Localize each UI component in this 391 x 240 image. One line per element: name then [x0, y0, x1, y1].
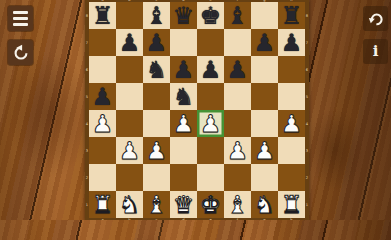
square-h3[interactable] [278, 137, 305, 164]
square-e4[interactable]: ♟ [197, 110, 224, 137]
piece-black-rook[interactable]: ♜ [89, 2, 116, 29]
info-button[interactable]: i [363, 39, 388, 64]
piece-white-pawn[interactable]: ♟ [170, 110, 197, 137]
piece-white-pawn[interactable]: ♟ [89, 110, 116, 137]
coord-label: 8 [86, 7, 88, 23]
square-c1[interactable]: ♝ [143, 191, 170, 218]
coord-label: 6 [86, 61, 88, 77]
coord-label: 5 [86, 88, 88, 104]
square-g7[interactable]: ♟ [251, 29, 278, 56]
coord-label: 7 [86, 34, 88, 50]
square-c5[interactable] [143, 83, 170, 110]
square-d8[interactable]: ♛ [170, 2, 197, 29]
piece-black-bishop[interactable]: ♝ [224, 2, 251, 29]
square-c3[interactable]: ♟ [143, 137, 170, 164]
square-h5[interactable] [278, 83, 305, 110]
square-a7[interactable] [89, 29, 116, 56]
square-d4[interactable]: ♟ [170, 110, 197, 137]
piece-black-bishop[interactable]: ♝ [143, 2, 170, 29]
coord-label: 6 [306, 61, 308, 77]
piece-black-pawn[interactable]: ♟ [224, 56, 251, 83]
square-f2[interactable] [224, 164, 251, 191]
piece-black-pawn[interactable]: ♟ [89, 83, 116, 110]
coord-label: e [202, 219, 218, 220]
piece-black-knight[interactable]: ♞ [170, 83, 197, 110]
coord-label: 1 [86, 196, 88, 212]
square-h8[interactable]: ♜ [278, 2, 305, 29]
square-e5[interactable] [197, 83, 224, 110]
piece-black-pawn[interactable]: ♟ [251, 29, 278, 56]
piece-black-king[interactable]: ♚ [197, 2, 224, 29]
coord-label: 5 [306, 88, 308, 104]
piece-white-pawn[interactable]: ♟ [116, 137, 143, 164]
square-b2[interactable] [116, 164, 143, 191]
piece-black-queen[interactable]: ♛ [170, 2, 197, 29]
chess-board: abcdefgh abcdefgh 87654321 87654321 ♜♝♛♚… [85, 0, 309, 220]
coord-label: 2 [86, 169, 88, 185]
square-b6[interactable] [116, 56, 143, 83]
piece-white-bishop[interactable]: ♝ [224, 191, 251, 218]
square-e8[interactable]: ♚ [197, 2, 224, 29]
square-d3[interactable] [170, 137, 197, 164]
square-d7[interactable] [170, 29, 197, 56]
coord-label: 2 [306, 169, 308, 185]
square-b1[interactable]: ♞ [116, 191, 143, 218]
coord-label: 1 [306, 196, 308, 212]
square-d5[interactable]: ♞ [170, 83, 197, 110]
square-f6[interactable]: ♟ [224, 56, 251, 83]
square-h7[interactable]: ♟ [278, 29, 305, 56]
coord-label: a [94, 219, 110, 220]
piece-white-bishop[interactable]: ♝ [143, 191, 170, 218]
rotate-icon [12, 44, 30, 62]
info-icon: i [373, 44, 379, 59]
square-e1[interactable]: ♚ [197, 191, 224, 218]
square-h4[interactable]: ♟ [278, 110, 305, 137]
square-f1[interactable]: ♝ [224, 191, 251, 218]
piece-black-rook[interactable]: ♜ [278, 2, 305, 29]
piece-black-pawn[interactable]: ♟ [197, 56, 224, 83]
square-f7[interactable] [224, 29, 251, 56]
piece-white-king[interactable]: ♚ [197, 191, 224, 218]
square-f3[interactable]: ♟ [224, 137, 251, 164]
piece-white-pawn[interactable]: ♟ [224, 137, 251, 164]
square-b5[interactable] [116, 83, 143, 110]
piece-white-pawn[interactable]: ♟ [278, 110, 305, 137]
piece-white-knight[interactable]: ♞ [251, 191, 278, 218]
square-e6[interactable]: ♟ [197, 56, 224, 83]
square-g3[interactable]: ♟ [251, 137, 278, 164]
square-g4[interactable] [251, 110, 278, 137]
square-c7[interactable]: ♟ [143, 29, 170, 56]
undo-button[interactable] [363, 6, 388, 31]
coord-label: h [283, 219, 299, 220]
piece-black-pawn[interactable]: ♟ [278, 29, 305, 56]
coord-label: 3 [86, 142, 88, 158]
piece-white-pawn[interactable]: ♟ [251, 137, 278, 164]
square-b4[interactable] [116, 110, 143, 137]
square-g1[interactable]: ♞ [251, 191, 278, 218]
square-a5[interactable]: ♟ [89, 83, 116, 110]
square-a1[interactable]: ♜ [89, 191, 116, 218]
piece-white-pawn[interactable]: ♟ [197, 110, 224, 137]
square-d2[interactable] [170, 164, 197, 191]
rank-labels-right: 87654321 [305, 2, 309, 218]
piece-black-pawn[interactable]: ♟ [143, 29, 170, 56]
square-f5[interactable] [224, 83, 251, 110]
square-h2[interactable] [278, 164, 305, 191]
square-e7[interactable] [197, 29, 224, 56]
piece-black-pawn[interactable]: ♟ [170, 56, 197, 83]
square-c6[interactable]: ♞ [143, 56, 170, 83]
coord-label: f [229, 219, 245, 220]
square-c4[interactable] [143, 110, 170, 137]
square-b7[interactable]: ♟ [116, 29, 143, 56]
coord-label: 3 [306, 142, 308, 158]
menu-button[interactable] [8, 6, 33, 31]
square-f8[interactable]: ♝ [224, 2, 251, 29]
piece-white-knight[interactable]: ♞ [116, 191, 143, 218]
piece-black-knight[interactable]: ♞ [143, 56, 170, 83]
undo-arrow-icon [367, 10, 385, 28]
square-a4[interactable]: ♟ [89, 110, 116, 137]
square-c8[interactable]: ♝ [143, 2, 170, 29]
board-grid: ♜♝♛♚♝♜♟♟♟♟♞♟♟♟♟♞♟♟♟♟♟♟♟♟♜♞♝♛♚♝♞♜ [89, 2, 305, 218]
square-a8[interactable]: ♜ [89, 2, 116, 29]
piece-white-rook[interactable]: ♜ [89, 191, 116, 218]
square-d6[interactable]: ♟ [170, 56, 197, 83]
piece-white-queen[interactable]: ♛ [170, 191, 197, 218]
piece-white-rook[interactable]: ♜ [278, 191, 305, 218]
square-f4[interactable] [224, 110, 251, 137]
coord-label: c [148, 219, 164, 220]
flip-board-button[interactable] [8, 40, 33, 65]
square-c2[interactable] [143, 164, 170, 191]
coord-label: 4 [86, 115, 88, 131]
square-g5[interactable] [251, 83, 278, 110]
square-b3[interactable]: ♟ [116, 137, 143, 164]
square-e2[interactable] [197, 164, 224, 191]
square-g2[interactable] [251, 164, 278, 191]
coord-label: g [256, 219, 272, 220]
square-h6[interactable] [278, 56, 305, 83]
piece-white-pawn[interactable]: ♟ [143, 137, 170, 164]
coord-label: 4 [306, 115, 308, 131]
chess-app-screen: { "game": "chess", "position": { "fen": … [0, 0, 391, 220]
coord-label: 8 [306, 7, 308, 23]
square-h1[interactable]: ♜ [278, 191, 305, 218]
piece-black-pawn[interactable]: ♟ [116, 29, 143, 56]
coord-label: d [175, 219, 191, 220]
coord-label: 7 [306, 34, 308, 50]
square-a3[interactable] [89, 137, 116, 164]
coord-label: b [121, 219, 137, 220]
square-d1[interactable]: ♛ [170, 191, 197, 218]
square-g8[interactable] [251, 2, 278, 29]
square-a6[interactable] [89, 56, 116, 83]
square-a2[interactable] [89, 164, 116, 191]
square-g6[interactable] [251, 56, 278, 83]
square-e3[interactable] [197, 137, 224, 164]
square-b8[interactable] [116, 2, 143, 29]
